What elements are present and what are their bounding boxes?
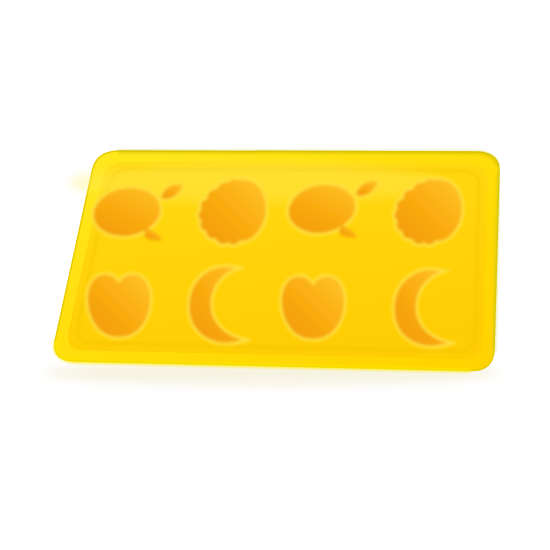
mold-tray-illustration	[0, 0, 550, 550]
cavity-apple-bottom-left	[86, 273, 151, 338]
cavity-apple-bottom-3	[280, 275, 345, 340]
product-photo	[0, 0, 550, 550]
